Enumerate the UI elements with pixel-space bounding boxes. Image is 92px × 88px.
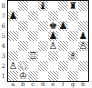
square-a2[interactable]: ♟♙ [8, 61, 18, 71]
black-rook-piece: ♜ [68, 1, 78, 11]
white-bishop-piece: ♝♗ [68, 51, 78, 61]
rank-label-1: 1 [0, 71, 7, 81]
square-h8[interactable] [78, 1, 88, 11]
black-pawn-piece: ♟ [58, 21, 68, 31]
square-a7[interactable]: ♟ [8, 11, 18, 21]
rank-label-8: 8 [0, 1, 7, 11]
square-d7[interactable] [38, 11, 48, 21]
chess-board: ♝♜♟♚♟♟♟♟♙♟♙♜♖♝♗♟♙♞♘♚♔ [7, 0, 89, 82]
square-c3[interactable]: ♜♖ [28, 51, 38, 61]
square-e4[interactable]: ♟♙ [48, 41, 58, 51]
square-a5[interactable] [8, 31, 18, 41]
rank-label-3: 3 [0, 51, 7, 61]
square-g8[interactable]: ♜ [68, 1, 78, 11]
square-f3[interactable] [58, 51, 68, 61]
square-h3[interactable] [78, 51, 88, 61]
file-label-e: e [48, 81, 58, 88]
square-g3[interactable]: ♝♗ [68, 51, 78, 61]
square-a6[interactable] [8, 21, 18, 31]
square-h4[interactable]: ♟♙ [78, 41, 88, 51]
square-c8[interactable] [28, 1, 38, 11]
square-c5[interactable] [28, 31, 38, 41]
square-d3[interactable] [38, 51, 48, 61]
square-f2[interactable] [58, 61, 68, 71]
square-h7[interactable] [78, 11, 88, 21]
square-a4[interactable] [8, 41, 18, 51]
square-f6[interactable]: ♟ [58, 21, 68, 31]
square-c2[interactable] [28, 61, 38, 71]
piece-outline: ♙ [9, 61, 18, 71]
file-label-d: d [38, 81, 48, 88]
black-bishop-piece: ♝ [38, 1, 48, 11]
square-e3[interactable] [48, 51, 58, 61]
file-label-b: b [18, 81, 28, 88]
rank-label-4: 4 [0, 41, 7, 51]
square-g7[interactable] [68, 11, 78, 21]
white-pawn-piece: ♟♙ [48, 41, 58, 51]
square-d2[interactable] [38, 61, 48, 71]
square-g6[interactable] [68, 21, 78, 31]
black-pawn-piece: ♟ [8, 11, 18, 21]
piece-outline: ♖ [29, 51, 38, 61]
square-h2[interactable] [78, 61, 88, 71]
rank-label-2: 2 [0, 61, 7, 71]
square-b4[interactable] [18, 41, 28, 51]
square-e8[interactable] [48, 1, 58, 11]
square-d8[interactable]: ♝ [38, 1, 48, 11]
white-pawn-piece: ♟♙ [8, 61, 18, 71]
file-label-h: h [78, 81, 88, 88]
piece-outline: ♙ [79, 41, 88, 51]
square-d4[interactable] [38, 41, 48, 51]
square-e2[interactable] [48, 61, 58, 71]
file-labels: abcdefgh [8, 81, 88, 88]
white-rook-piece: ♜♖ [28, 51, 38, 61]
file-label-c: c [28, 81, 38, 88]
square-g2[interactable] [68, 61, 78, 71]
white-pawn-piece: ♟♙ [78, 41, 88, 51]
square-f4[interactable] [58, 41, 68, 51]
rank-label-5: 5 [0, 31, 7, 41]
square-b8[interactable] [18, 1, 28, 11]
piece-outline: ♗ [69, 51, 78, 61]
rank-label-6: 6 [0, 21, 7, 31]
file-label-f: f [58, 81, 68, 88]
file-label-a: a [8, 81, 18, 88]
square-g5[interactable] [68, 31, 78, 41]
square-f5[interactable] [58, 31, 68, 41]
square-d5[interactable] [38, 31, 48, 41]
square-b5[interactable] [18, 31, 28, 41]
square-f8[interactable] [58, 1, 68, 11]
square-b6[interactable] [18, 21, 28, 31]
rank-labels: 87654321 [0, 1, 7, 81]
piece-outline: ♙ [49, 41, 58, 51]
rank-label-7: 7 [0, 11, 7, 21]
square-c7[interactable] [28, 11, 38, 21]
square-c6[interactable] [28, 21, 38, 31]
square-b7[interactable] [18, 11, 28, 21]
chess-diagram: 87654321 ♝♜♟♚♟♟♟♟♙♟♙♜♖♝♗♟♙♞♘♚♔ abcdefgh [0, 0, 92, 88]
square-d6[interactable] [38, 21, 48, 31]
file-label-g: g [68, 81, 78, 88]
